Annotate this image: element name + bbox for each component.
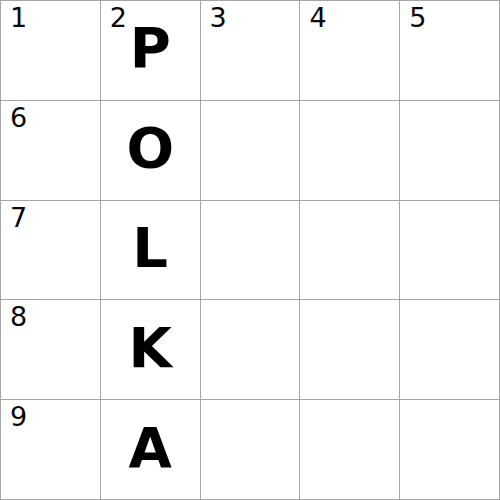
cell-letter: K	[128, 320, 171, 376]
cell-r5c1[interactable]: 9	[1, 400, 100, 499]
clue-number: 4	[309, 3, 326, 33]
cell-r4c4[interactable]	[300, 300, 399, 399]
clue-number: 1	[10, 3, 27, 33]
cell-r4c5[interactable]	[400, 300, 499, 399]
clue-number: 8	[10, 302, 27, 332]
crossword-board: 1 2P 3 4 5 6 O 7 L 8 K 9 A	[0, 0, 500, 500]
cell-letter: A	[129, 420, 172, 476]
clue-number: 6	[10, 103, 27, 133]
cell-r2c3[interactable]	[201, 101, 300, 200]
cell-letter: O	[126, 120, 174, 176]
cell-r3c2[interactable]: L	[101, 201, 200, 300]
cell-letter: L	[132, 220, 168, 276]
cell-r1c3[interactable]: 3	[201, 1, 300, 100]
cell-r4c1[interactable]: 8	[1, 300, 100, 399]
cell-r5c3[interactable]	[201, 400, 300, 499]
cell-r2c1[interactable]: 6	[1, 101, 100, 200]
cell-r3c4[interactable]	[300, 201, 399, 300]
clue-number: 7	[10, 203, 27, 233]
cell-r1c1[interactable]: 1	[1, 1, 100, 100]
cell-letter: P	[130, 20, 171, 76]
cell-r2c5[interactable]	[400, 101, 499, 200]
clue-number: 9	[10, 402, 27, 432]
clue-number: 5	[409, 3, 426, 33]
cell-r4c2[interactable]: K	[101, 300, 200, 399]
cell-r3c5[interactable]	[400, 201, 499, 300]
cell-r5c2[interactable]: A	[101, 400, 200, 499]
clue-number: 3	[210, 3, 227, 33]
cell-r3c1[interactable]: 7	[1, 201, 100, 300]
cell-r1c4[interactable]: 4	[300, 1, 399, 100]
cell-r4c3[interactable]	[201, 300, 300, 399]
clue-number: 2	[110, 3, 127, 33]
cell-r5c4[interactable]	[300, 400, 399, 499]
cell-r5c5[interactable]	[400, 400, 499, 499]
cell-r2c4[interactable]	[300, 101, 399, 200]
cell-r2c2[interactable]: O	[101, 101, 200, 200]
cell-r1c2[interactable]: 2P	[101, 1, 200, 100]
cell-r1c5[interactable]: 5	[400, 1, 499, 100]
cell-r3c3[interactable]	[201, 201, 300, 300]
